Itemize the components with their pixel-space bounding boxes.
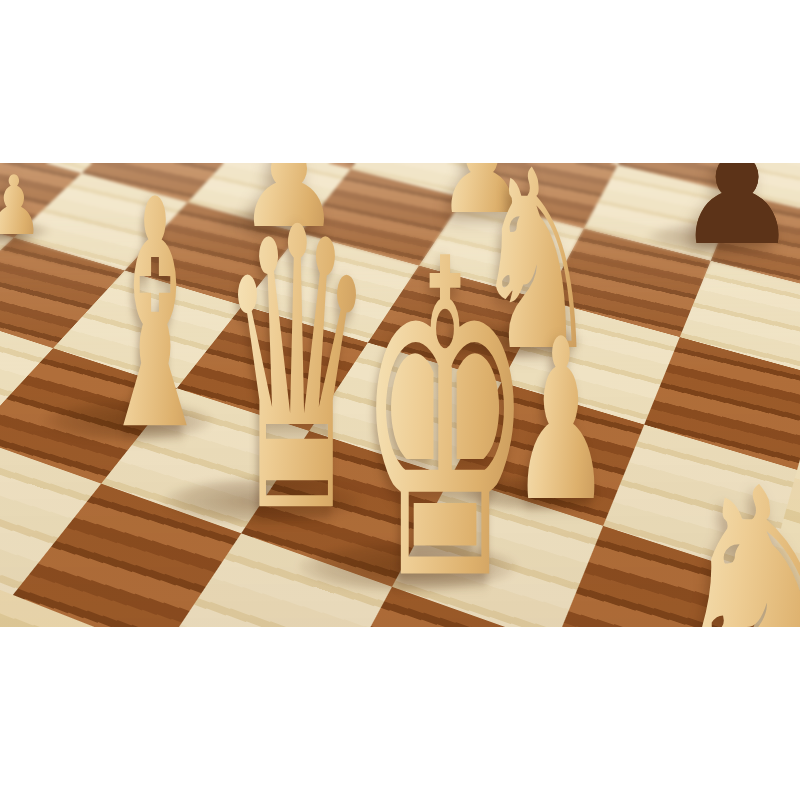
chess-product-photo: ♟♟♟♟♞♝♛♚♟♞ bbox=[0, 0, 800, 800]
white-bishop-b4[interactable]: ♝ bbox=[94, 163, 215, 474]
white-knight-h3[interactable]: ♞ bbox=[665, 450, 800, 627]
black-pawn-g8[interactable]: ♟ bbox=[675, 163, 799, 266]
white-queen-d4[interactable]: ♛ bbox=[219, 178, 376, 566]
white-pawn-a7[interactable]: ♟ bbox=[0, 165, 43, 247]
white-band-bottom bbox=[0, 627, 800, 800]
white-king-f4[interactable]: ♚ bbox=[357, 204, 533, 627]
photo-area: ♟♟♟♟♞♝♛♚♟♞ bbox=[0, 163, 800, 627]
white-band-top bbox=[0, 0, 800, 163]
